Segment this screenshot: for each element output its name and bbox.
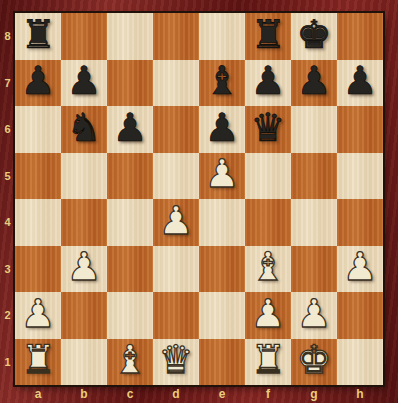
piece-black-queen-f6[interactable]: ♛ — [251, 108, 286, 147]
square-g2[interactable]: ♟ — [291, 292, 337, 339]
file-label-g: g — [291, 385, 337, 403]
square-b1[interactable] — [61, 339, 107, 386]
piece-black-pawn-f7[interactable]: ♟ — [251, 61, 286, 100]
square-a7[interactable]: ♟ — [15, 60, 61, 107]
piece-black-bishop-e7[interactable]: ♝ — [205, 61, 240, 100]
piece-black-rook-a8[interactable]: ♜ — [21, 15, 56, 54]
file-label-b: b — [61, 385, 107, 403]
piece-black-knight-b6[interactable]: ♞ — [67, 108, 102, 147]
file-label-e: e — [199, 385, 245, 403]
square-h2[interactable] — [337, 292, 383, 339]
square-e3[interactable] — [199, 246, 245, 293]
square-d5[interactable] — [153, 153, 199, 200]
piece-black-king-g8[interactable]: ♚ — [297, 15, 332, 54]
square-e4[interactable] — [199, 199, 245, 246]
square-f4[interactable] — [245, 199, 291, 246]
piece-black-pawn-h7[interactable]: ♟ — [343, 61, 378, 100]
square-d7[interactable] — [153, 60, 199, 107]
square-f7[interactable]: ♟ — [245, 60, 291, 107]
file-labels: abcdefgh — [15, 385, 383, 403]
square-f8[interactable]: ♜ — [245, 13, 291, 60]
piece-white-bishop-f3[interactable]: ♝ — [251, 247, 286, 286]
rank-labels: 87654321 — [0, 13, 15, 385]
rank-label-5: 5 — [0, 153, 15, 200]
square-b8[interactable] — [61, 13, 107, 60]
square-e8[interactable] — [199, 13, 245, 60]
piece-white-rook-f1[interactable]: ♜ — [251, 340, 286, 379]
square-d1[interactable]: ♛ — [153, 339, 199, 386]
piece-black-pawn-e6[interactable]: ♟ — [205, 108, 240, 147]
square-h5[interactable] — [337, 153, 383, 200]
square-e2[interactable] — [199, 292, 245, 339]
piece-black-pawn-g7[interactable]: ♟ — [297, 61, 332, 100]
square-f2[interactable]: ♟ — [245, 292, 291, 339]
square-h7[interactable]: ♟ — [337, 60, 383, 107]
square-a8[interactable]: ♜ — [15, 13, 61, 60]
rank-label-6: 6 — [0, 106, 15, 153]
square-h8[interactable] — [337, 13, 383, 60]
square-e6[interactable]: ♟ — [199, 106, 245, 153]
square-f5[interactable] — [245, 153, 291, 200]
square-g3[interactable] — [291, 246, 337, 293]
square-f1[interactable]: ♜ — [245, 339, 291, 386]
square-b5[interactable] — [61, 153, 107, 200]
square-h6[interactable] — [337, 106, 383, 153]
piece-white-rook-a1[interactable]: ♜ — [21, 340, 56, 379]
piece-black-pawn-a7[interactable]: ♟ — [21, 61, 56, 100]
square-b3[interactable]: ♟ — [61, 246, 107, 293]
square-e5[interactable]: ♟ — [199, 153, 245, 200]
square-f6[interactable]: ♛ — [245, 106, 291, 153]
square-c3[interactable] — [107, 246, 153, 293]
square-d3[interactable] — [153, 246, 199, 293]
square-g1[interactable]: ♚ — [291, 339, 337, 386]
square-d6[interactable] — [153, 106, 199, 153]
square-h3[interactable]: ♟ — [337, 246, 383, 293]
file-label-a: a — [15, 385, 61, 403]
piece-white-pawn-g2[interactable]: ♟ — [297, 294, 332, 333]
square-a1[interactable]: ♜ — [15, 339, 61, 386]
piece-white-queen-d1[interactable]: ♛ — [159, 340, 194, 379]
piece-black-pawn-b7[interactable]: ♟ — [67, 61, 102, 100]
piece-white-pawn-b3[interactable]: ♟ — [67, 247, 102, 286]
rank-label-1: 1 — [0, 339, 15, 386]
piece-white-pawn-d4[interactable]: ♟ — [159, 201, 194, 240]
square-h4[interactable] — [337, 199, 383, 246]
square-b2[interactable] — [61, 292, 107, 339]
file-label-h: h — [337, 385, 383, 403]
piece-white-pawn-e5[interactable]: ♟ — [205, 154, 240, 193]
square-g8[interactable]: ♚ — [291, 13, 337, 60]
square-a6[interactable] — [15, 106, 61, 153]
piece-white-bishop-c1[interactable]: ♝ — [113, 340, 148, 379]
square-b4[interactable] — [61, 199, 107, 246]
piece-white-king-g1[interactable]: ♚ — [297, 340, 332, 379]
square-a5[interactable] — [15, 153, 61, 200]
square-g7[interactable]: ♟ — [291, 60, 337, 107]
square-c1[interactable]: ♝ — [107, 339, 153, 386]
piece-black-pawn-c6[interactable]: ♟ — [113, 108, 148, 147]
rank-label-8: 8 — [0, 13, 15, 60]
square-a2[interactable]: ♟ — [15, 292, 61, 339]
file-label-d: d — [153, 385, 199, 403]
square-d4[interactable]: ♟ — [153, 199, 199, 246]
chessboard-app: 87654321 ♜♜♚♟♟♝♟♟♟♞♟♟♛♟♟♟♝♟♟♟♟♜♝♛♜♚ abcd… — [0, 0, 398, 403]
square-h1[interactable] — [337, 339, 383, 386]
rank-label-7: 7 — [0, 60, 15, 107]
square-c7[interactable] — [107, 60, 153, 107]
piece-black-rook-f8[interactable]: ♜ — [251, 15, 286, 54]
rank-label-2: 2 — [0, 292, 15, 339]
square-e1[interactable] — [199, 339, 245, 386]
piece-white-pawn-h3[interactable]: ♟ — [343, 247, 378, 286]
square-g4[interactable] — [291, 199, 337, 246]
square-g5[interactable] — [291, 153, 337, 200]
square-f3[interactable]: ♝ — [245, 246, 291, 293]
square-c4[interactable] — [107, 199, 153, 246]
square-c6[interactable]: ♟ — [107, 106, 153, 153]
file-label-c: c — [107, 385, 153, 403]
rank-label-3: 3 — [0, 246, 15, 293]
square-d2[interactable] — [153, 292, 199, 339]
square-g6[interactable] — [291, 106, 337, 153]
square-a4[interactable] — [15, 199, 61, 246]
square-c2[interactable] — [107, 292, 153, 339]
square-c8[interactable] — [107, 13, 153, 60]
piece-white-pawn-f2[interactable]: ♟ — [251, 294, 286, 333]
square-b6[interactable]: ♞ — [61, 106, 107, 153]
square-c5[interactable] — [107, 153, 153, 200]
square-b7[interactable]: ♟ — [61, 60, 107, 107]
square-a3[interactable] — [15, 246, 61, 293]
rank-label-4: 4 — [0, 199, 15, 246]
file-label-f: f — [245, 385, 291, 403]
piece-white-pawn-a2[interactable]: ♟ — [21, 294, 56, 333]
square-d8[interactable] — [153, 13, 199, 60]
board: ♜♜♚♟♟♝♟♟♟♞♟♟♛♟♟♟♝♟♟♟♟♜♝♛♜♚ — [15, 13, 383, 385]
square-e7[interactable]: ♝ — [199, 60, 245, 107]
